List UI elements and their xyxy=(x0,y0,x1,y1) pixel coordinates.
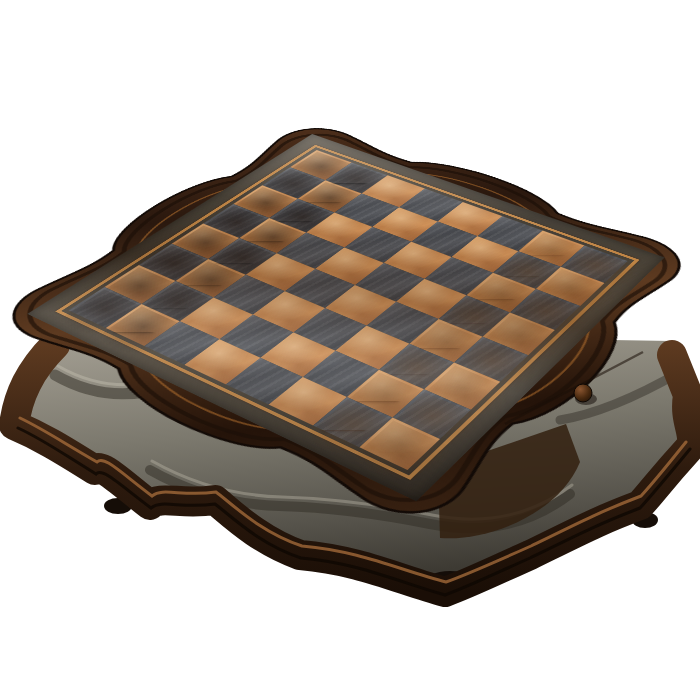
drawer-seam xyxy=(505,352,643,424)
chess-set-photo: ♜♟♟♜♞♟♟♞♝♟♟♝♚♟♟♛♛♟♟♚♝♟♟♝♞♟♟♞♜♟♟♜ xyxy=(0,0,700,700)
drawer-hardware xyxy=(0,0,700,700)
drawer-knob xyxy=(574,384,592,402)
